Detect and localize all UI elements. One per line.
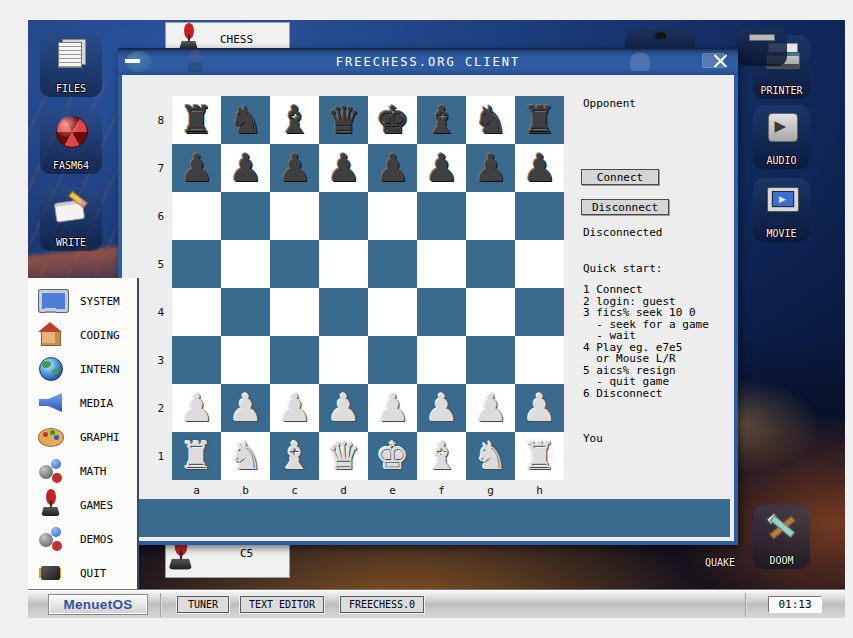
desktop-icon-label: PRINTER xyxy=(760,85,802,96)
square-e3[interactable] xyxy=(368,336,417,384)
square-f4[interactable] xyxy=(417,288,466,336)
white-knight[interactable]: ♞ xyxy=(473,437,507,475)
square-f2[interactable]: ♟ xyxy=(417,384,466,432)
square-c3[interactable] xyxy=(270,336,319,384)
square-b7[interactable]: ♟ xyxy=(221,144,270,192)
square-h8[interactable]: ♜ xyxy=(515,96,564,144)
desktop-icon-label: AUDIO xyxy=(766,155,796,166)
square-c7[interactable]: ♟ xyxy=(270,144,319,192)
white-pawn[interactable]: ♟ xyxy=(326,389,360,427)
desktop-icon-fasm64[interactable]: FASM64 xyxy=(40,110,102,174)
hammer-head-icon xyxy=(765,512,779,525)
square-g4[interactable] xyxy=(466,288,515,336)
submenu-item-c5[interactable]: C5 xyxy=(168,543,253,569)
desktop: FILES FASM64 WRITE PRINTER AUDIO MOVIE D… xyxy=(28,20,845,618)
rank-label: 6 xyxy=(144,192,164,240)
black-pawn[interactable]: ♟ xyxy=(277,149,311,187)
black-rook[interactable]: ♜ xyxy=(522,101,556,139)
quick-start-line: 6 Disconnect xyxy=(583,388,709,400)
square-h4[interactable] xyxy=(515,288,564,336)
square-b1[interactable]: ♞ xyxy=(221,432,270,480)
black-king[interactable]: ♚ xyxy=(375,101,409,139)
menu-item-label: MEDIA xyxy=(80,397,113,410)
quick-start-title: Quick start: xyxy=(583,262,662,275)
file-label: a xyxy=(172,484,221,497)
square-a2[interactable]: ♟ xyxy=(172,384,221,432)
joystick-icon xyxy=(38,492,64,518)
rank-labels: 87654321 xyxy=(144,96,164,480)
white-pawn[interactable]: ♟ xyxy=(473,389,507,427)
black-knight[interactable]: ♞ xyxy=(473,101,507,139)
desktop-icon-movie[interactable]: MOVIE xyxy=(753,178,810,242)
square-b2[interactable]: ♟ xyxy=(221,384,270,432)
black-pawn[interactable]: ♟ xyxy=(326,149,360,187)
desktop-icon-audio[interactable]: AUDIO xyxy=(753,105,810,169)
taskbar-clock: 01:13 xyxy=(768,596,822,613)
square-d2[interactable]: ♟ xyxy=(319,384,368,432)
square-g3[interactable] xyxy=(466,336,515,384)
square-c4[interactable] xyxy=(270,288,319,336)
file-label: f xyxy=(417,484,466,497)
menu-item-label: GRAPHI xyxy=(80,431,120,444)
black-bishop[interactable]: ♝ xyxy=(277,101,311,139)
quick-start-line: - quit game xyxy=(583,376,709,388)
chess-board: ♜♞♝♛♚♝♞♜♟♟♟♟♟♟♟♟♟♟♟♟♟♟♟♟♜♞♝♛♚♝♞♜ xyxy=(172,96,564,480)
quick-start-line: or Mouse L/R xyxy=(583,353,709,365)
desktop-icon-label: FILES xyxy=(56,83,86,94)
square-c2[interactable]: ♟ xyxy=(270,384,319,432)
molecule-icon xyxy=(38,526,64,552)
square-b4[interactable] xyxy=(221,288,270,336)
menu-item-media[interactable]: MEDIA xyxy=(28,386,137,420)
square-e7[interactable]: ♟ xyxy=(368,144,417,192)
black-pawn[interactable]: ♟ xyxy=(179,149,213,187)
square-d5[interactable] xyxy=(319,240,368,288)
window-title: FREECHESS.ORG CLIENT xyxy=(118,55,738,69)
square-d4[interactable] xyxy=(319,288,368,336)
square-b8[interactable]: ♞ xyxy=(221,96,270,144)
quick-start-lines: 1 Connect2 login: guest3 fics% seek 10 0… xyxy=(583,284,709,399)
desktop-icon-files[interactable]: FILES xyxy=(40,33,102,97)
square-h1[interactable]: ♜ xyxy=(515,432,564,480)
square-a1[interactable]: ♜ xyxy=(172,432,221,480)
screen: FILES FASM64 WRITE PRINTER AUDIO MOVIE D… xyxy=(0,0,853,638)
square-h3[interactable] xyxy=(515,336,564,384)
black-bishop[interactable]: ♝ xyxy=(424,101,458,139)
square-e4[interactable] xyxy=(368,288,417,336)
menu-item-quit[interactable]: QUIT xyxy=(28,556,137,590)
taskbar-divider xyxy=(745,593,747,617)
task-button-tuner[interactable]: TUNER xyxy=(177,596,229,613)
black-pawn[interactable]: ♟ xyxy=(424,149,458,187)
square-e6[interactable] xyxy=(368,192,417,240)
rank-label: 3 xyxy=(144,336,164,384)
submenu-item-label: C5 xyxy=(240,547,253,560)
rank-label: 8 xyxy=(144,96,164,144)
square-f7[interactable]: ♟ xyxy=(417,144,466,192)
square-b6[interactable] xyxy=(221,192,270,240)
black-knight[interactable]: ♞ xyxy=(228,101,262,139)
desktop-icon-label: WRITE xyxy=(56,237,86,248)
freechess-window: FREECHESS.ORG CLIENT 87654321 ♜♞♝♛♚♝♞♜♟♟… xyxy=(118,48,738,545)
square-e8[interactable]: ♚ xyxy=(368,96,417,144)
desktop-icon-partial-device[interactable] xyxy=(737,28,787,66)
square-h7[interactable]: ♟ xyxy=(515,144,564,192)
rank-label: 4 xyxy=(144,288,164,336)
menu-item-system[interactable]: SYSTEM xyxy=(28,284,137,318)
menuetos-start-button[interactable]: MenuetOS xyxy=(48,594,148,615)
menu-item-games[interactable]: GAMES xyxy=(28,488,137,522)
menu-item-label: GAMES xyxy=(80,499,113,512)
square-d1[interactable]: ♛ xyxy=(319,432,368,480)
white-rook[interactable]: ♜ xyxy=(522,437,556,475)
house-icon xyxy=(38,322,64,348)
square-a4[interactable] xyxy=(172,288,221,336)
connection-status: Disconnected xyxy=(583,226,662,239)
square-c1[interactable]: ♝ xyxy=(270,432,319,480)
menu-item-label: MATH xyxy=(80,465,107,478)
square-f8[interactable]: ♝ xyxy=(417,96,466,144)
connect-button[interactable]: Connect xyxy=(581,169,659,185)
square-h6[interactable] xyxy=(515,192,564,240)
square-a8[interactable]: ♜ xyxy=(172,96,221,144)
palette-icon xyxy=(38,424,64,450)
globe-icon xyxy=(38,356,64,382)
menu-item-math[interactable]: MATH xyxy=(28,454,137,488)
square-a6[interactable] xyxy=(172,192,221,240)
square-a5[interactable] xyxy=(172,240,221,288)
menu-item-label: QUIT xyxy=(80,567,107,580)
desktop-icon-label: MOVIE xyxy=(766,228,796,239)
audio-play-icon xyxy=(764,110,800,144)
file-label: h xyxy=(515,484,564,497)
square-b3[interactable] xyxy=(221,336,270,384)
taskbar: MenuetOS TUNER TEXT EDITOR FREECHESS.0 0… xyxy=(28,590,845,618)
white-king[interactable]: ♚ xyxy=(375,437,409,475)
black-queen[interactable]: ♛ xyxy=(326,101,360,139)
square-g8[interactable]: ♞ xyxy=(466,96,515,144)
desktop-icon-quake-label[interactable]: QUAKE xyxy=(684,557,756,568)
file-label: d xyxy=(319,484,368,497)
square-g1[interactable]: ♞ xyxy=(466,432,515,480)
taskbar-divider xyxy=(160,593,162,617)
quick-start-line: - wait xyxy=(583,330,709,342)
square-a3[interactable] xyxy=(172,336,221,384)
menu-item-internet[interactable]: INTERN xyxy=(28,352,137,386)
square-c8[interactable]: ♝ xyxy=(270,96,319,144)
square-g5[interactable] xyxy=(466,240,515,288)
square-c5[interactable] xyxy=(270,240,319,288)
menu-item-coding[interactable]: CODING xyxy=(28,318,137,352)
black-pawn[interactable]: ♟ xyxy=(522,149,556,187)
quick-start-line: 1 Connect xyxy=(583,284,709,296)
desktop-icon-doom[interactable]: DOOM xyxy=(753,505,810,569)
molecule-icon xyxy=(38,458,64,484)
white-pawn[interactable]: ♟ xyxy=(277,389,311,427)
task-button-freechess[interactable]: FREECHESS.0 xyxy=(340,596,424,613)
quick-start-line: 3 fics% seek 10 0 xyxy=(583,307,709,319)
fasm-sphere-icon xyxy=(53,115,89,149)
monitor-icon xyxy=(38,288,64,314)
square-f1[interactable]: ♝ xyxy=(417,432,466,480)
square-g6[interactable] xyxy=(466,192,515,240)
file-label: c xyxy=(270,484,319,497)
menu-item-label: INTERN xyxy=(80,363,120,376)
black-pawn[interactable]: ♟ xyxy=(375,149,409,187)
console-input[interactable] xyxy=(126,499,730,537)
desktop-icon-label: FASM64 xyxy=(53,160,89,171)
file-labels: abcdefgh xyxy=(172,484,564,497)
desktop-icon-label: DOOM xyxy=(769,555,793,566)
start-menu: SYSTEM CODING INTERN MEDIA GRAPHI MATH xyxy=(28,278,139,590)
square-b5[interactable] xyxy=(221,240,270,288)
tools-icon xyxy=(764,510,800,544)
rank-label: 5 xyxy=(144,240,164,288)
rank-label: 1 xyxy=(144,432,164,480)
speaker-icon xyxy=(38,390,64,416)
square-d6[interactable] xyxy=(319,192,368,240)
you-label: You xyxy=(583,432,603,445)
white-bishop[interactable]: ♝ xyxy=(277,437,311,475)
write-scroll-icon xyxy=(53,192,89,226)
side-panel: Opponent Connect Disconnect Disconnected… xyxy=(583,75,731,541)
black-rook[interactable]: ♜ xyxy=(179,101,213,139)
documents-icon xyxy=(53,38,89,72)
square-e1[interactable]: ♚ xyxy=(368,432,417,480)
movie-tv-icon xyxy=(764,183,800,217)
menu-item-label: SYSTEM xyxy=(80,295,120,308)
square-d7[interactable]: ♟ xyxy=(319,144,368,192)
desktop-icon-write[interactable]: WRITE xyxy=(40,187,102,251)
rank-label: 7 xyxy=(144,144,164,192)
device-icon xyxy=(749,34,775,41)
square-g2[interactable]: ♟ xyxy=(466,384,515,432)
menu-item-label: DEMOS xyxy=(80,533,113,546)
window-titlebar[interactable]: FREECHESS.ORG CLIENT xyxy=(118,48,738,75)
white-rook[interactable]: ♜ xyxy=(179,437,213,475)
chip-icon xyxy=(38,560,64,586)
square-d3[interactable] xyxy=(319,336,368,384)
square-c6[interactable] xyxy=(270,192,319,240)
menu-item-demos[interactable]: DEMOS xyxy=(28,522,137,556)
square-h5[interactable] xyxy=(515,240,564,288)
menu-item-label: CODING xyxy=(80,329,120,342)
square-g7[interactable]: ♟ xyxy=(466,144,515,192)
rank-label: 2 xyxy=(144,384,164,432)
menu-item-graphics[interactable]: GRAPHI xyxy=(28,420,137,454)
square-d8[interactable]: ♛ xyxy=(319,96,368,144)
disconnect-button[interactable]: Disconnect xyxy=(581,199,669,215)
square-f5[interactable] xyxy=(417,240,466,288)
square-f6[interactable] xyxy=(417,192,466,240)
close-button[interactable] xyxy=(712,53,729,69)
square-e5[interactable] xyxy=(368,240,417,288)
user-icon xyxy=(655,32,666,39)
square-e2[interactable]: ♟ xyxy=(368,384,417,432)
window-content: 87654321 ♜♞♝♛♚♝♞♜♟♟♟♟♟♟♟♟♟♟♟♟♟♟♟♟♜♞♝♛♚♝♞… xyxy=(122,75,734,541)
opponent-label: Opponent xyxy=(583,97,636,110)
white-pawn[interactable]: ♟ xyxy=(424,389,458,427)
black-pawn[interactable]: ♟ xyxy=(228,149,262,187)
white-pawn[interactable]: ♟ xyxy=(228,389,262,427)
submenu-item-label: CHESS xyxy=(220,33,253,46)
white-pawn[interactable]: ♟ xyxy=(375,389,409,427)
file-label: g xyxy=(466,484,515,497)
task-button-text-editor[interactable]: TEXT EDITOR xyxy=(240,596,324,613)
white-pawn[interactable]: ♟ xyxy=(522,389,556,427)
white-pawn[interactable]: ♟ xyxy=(179,389,213,427)
white-queen[interactable]: ♛ xyxy=(326,437,360,475)
square-a7[interactable]: ♟ xyxy=(172,144,221,192)
white-bishop[interactable]: ♝ xyxy=(424,437,458,475)
black-pawn[interactable]: ♟ xyxy=(473,149,507,187)
square-h2[interactable]: ♟ xyxy=(515,384,564,432)
square-f3[interactable] xyxy=(417,336,466,384)
file-label: b xyxy=(221,484,270,497)
white-knight[interactable]: ♞ xyxy=(228,437,262,475)
file-label: e xyxy=(368,484,417,497)
